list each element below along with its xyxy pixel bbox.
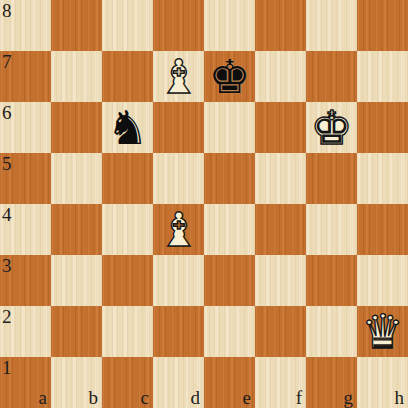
file-label-c: c: [141, 388, 149, 408]
file-label-h: h: [395, 388, 405, 408]
rank-label-3: 3: [2, 255, 12, 276]
square-h4[interactable]: [357, 204, 408, 255]
file-label-g: g: [344, 388, 354, 408]
file-label-a: a: [39, 388, 47, 408]
square-a2[interactable]: 2: [0, 306, 51, 357]
square-a7[interactable]: 7: [0, 51, 51, 102]
square-e4[interactable]: [204, 204, 255, 255]
square-f7[interactable]: [255, 51, 306, 102]
rank-label-2: 2: [2, 306, 12, 327]
square-a4[interactable]: 4: [0, 204, 51, 255]
square-g4[interactable]: [306, 204, 357, 255]
square-f3[interactable]: [255, 255, 306, 306]
square-f2[interactable]: [255, 306, 306, 357]
chess-board: 87♝♚6♞♚54♝32♛1abcdefgh: [0, 0, 408, 408]
square-d2[interactable]: [153, 306, 204, 357]
square-h6[interactable]: [357, 102, 408, 153]
square-d8[interactable]: [153, 0, 204, 51]
square-g6[interactable]: ♚: [306, 102, 357, 153]
square-d5[interactable]: [153, 153, 204, 204]
file-label-d: d: [191, 388, 201, 408]
piece-white-king-g6[interactable]: ♚: [306, 102, 357, 153]
square-f4[interactable]: [255, 204, 306, 255]
square-a8[interactable]: 8: [0, 0, 51, 51]
square-e7[interactable]: ♚: [204, 51, 255, 102]
rank-label-5: 5: [2, 153, 12, 174]
square-b1[interactable]: b: [51, 357, 102, 408]
file-label-f: f: [296, 388, 302, 408]
square-f6[interactable]: [255, 102, 306, 153]
rank-label-7: 7: [2, 51, 12, 72]
square-d7[interactable]: ♝: [153, 51, 204, 102]
square-c1[interactable]: c: [102, 357, 153, 408]
square-b7[interactable]: [51, 51, 102, 102]
square-a3[interactable]: 3: [0, 255, 51, 306]
square-a6[interactable]: 6: [0, 102, 51, 153]
square-h5[interactable]: [357, 153, 408, 204]
piece-white-queen-h2[interactable]: ♛: [357, 306, 408, 357]
rank-label-8: 8: [2, 0, 12, 21]
square-f8[interactable]: [255, 0, 306, 51]
square-h1[interactable]: h: [357, 357, 408, 408]
rank-label-4: 4: [2, 204, 12, 225]
square-e8[interactable]: [204, 0, 255, 51]
square-h8[interactable]: [357, 0, 408, 51]
square-d3[interactable]: [153, 255, 204, 306]
square-c4[interactable]: [102, 204, 153, 255]
square-c8[interactable]: [102, 0, 153, 51]
square-g8[interactable]: [306, 0, 357, 51]
square-e3[interactable]: [204, 255, 255, 306]
square-c5[interactable]: [102, 153, 153, 204]
square-b8[interactable]: [51, 0, 102, 51]
square-c2[interactable]: [102, 306, 153, 357]
square-c7[interactable]: [102, 51, 153, 102]
square-d1[interactable]: d: [153, 357, 204, 408]
square-g5[interactable]: [306, 153, 357, 204]
piece-white-bishop-d4[interactable]: ♝: [153, 204, 204, 255]
square-g3[interactable]: [306, 255, 357, 306]
square-h7[interactable]: [357, 51, 408, 102]
piece-black-knight-c6[interactable]: ♞: [102, 102, 153, 153]
square-b2[interactable]: [51, 306, 102, 357]
square-h2[interactable]: ♛: [357, 306, 408, 357]
rank-label-6: 6: [2, 102, 12, 123]
rank-label-1: 1: [2, 357, 12, 378]
square-a5[interactable]: 5: [0, 153, 51, 204]
square-d6[interactable]: [153, 102, 204, 153]
piece-black-king-e7[interactable]: ♚: [204, 51, 255, 102]
square-e5[interactable]: [204, 153, 255, 204]
square-c3[interactable]: [102, 255, 153, 306]
square-d4[interactable]: ♝: [153, 204, 204, 255]
square-f1[interactable]: f: [255, 357, 306, 408]
square-h3[interactable]: [357, 255, 408, 306]
file-label-e: e: [243, 388, 251, 408]
square-e1[interactable]: e: [204, 357, 255, 408]
square-b4[interactable]: [51, 204, 102, 255]
square-b6[interactable]: [51, 102, 102, 153]
square-e6[interactable]: [204, 102, 255, 153]
square-c6[interactable]: ♞: [102, 102, 153, 153]
square-e2[interactable]: [204, 306, 255, 357]
square-f5[interactable]: [255, 153, 306, 204]
square-b3[interactable]: [51, 255, 102, 306]
square-g1[interactable]: g: [306, 357, 357, 408]
square-b5[interactable]: [51, 153, 102, 204]
piece-white-bishop-d7[interactable]: ♝: [153, 51, 204, 102]
file-label-b: b: [89, 388, 99, 408]
square-g2[interactable]: [306, 306, 357, 357]
square-g7[interactable]: [306, 51, 357, 102]
square-a1[interactable]: 1a: [0, 357, 51, 408]
